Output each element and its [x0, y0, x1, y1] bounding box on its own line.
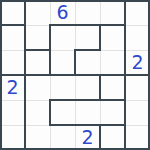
cell-r4c5[interactable]	[100, 75, 125, 100]
cell-r2c4[interactable]	[75, 25, 100, 50]
cell-r3c3[interactable]	[50, 50, 75, 75]
cell-r5c2[interactable]	[25, 100, 50, 125]
cell-r1c6[interactable]	[125, 0, 150, 25]
cell-r4c2[interactable]	[25, 75, 50, 100]
cell-r1c4[interactable]	[75, 0, 100, 25]
cell-r5c6[interactable]	[125, 100, 150, 125]
cell-r3c5[interactable]	[100, 50, 125, 75]
cell-r6c1[interactable]	[0, 125, 25, 150]
cell-r5c4[interactable]	[75, 100, 100, 125]
cell-r5c1[interactable]	[0, 100, 25, 125]
cell-r3c2[interactable]	[25, 50, 50, 75]
puzzle-board: 6222	[0, 0, 150, 150]
cell-r1c2[interactable]	[25, 0, 50, 25]
cell-r3c4[interactable]	[75, 50, 100, 75]
cell-r3c6[interactable]: 2	[125, 50, 150, 75]
cell-r5c3[interactable]	[50, 100, 75, 125]
cell-r2c1[interactable]	[0, 25, 25, 50]
cell-r2c2[interactable]	[25, 25, 50, 50]
cell-r3c1[interactable]	[0, 50, 25, 75]
cell-r1c5[interactable]	[100, 0, 125, 25]
cell-r6c4[interactable]: 2	[75, 125, 100, 150]
cell-r6c3[interactable]	[50, 125, 75, 150]
cell-r2c3[interactable]	[50, 25, 75, 50]
cell-r6c6[interactable]	[125, 125, 150, 150]
cell-r4c6[interactable]	[125, 75, 150, 100]
cell-r6c5[interactable]	[100, 125, 125, 150]
cell-r4c4[interactable]	[75, 75, 100, 100]
cell-r2c5[interactable]	[100, 25, 125, 50]
cell-r4c3[interactable]	[50, 75, 75, 100]
cell-r5c5[interactable]	[100, 100, 125, 125]
cell-r2c6[interactable]	[125, 25, 150, 50]
cell-r1c1[interactable]	[0, 0, 25, 25]
cell-r4c1[interactable]: 2	[0, 75, 25, 100]
cell-r6c2[interactable]	[25, 125, 50, 150]
cell-r1c3[interactable]: 6	[50, 0, 75, 25]
